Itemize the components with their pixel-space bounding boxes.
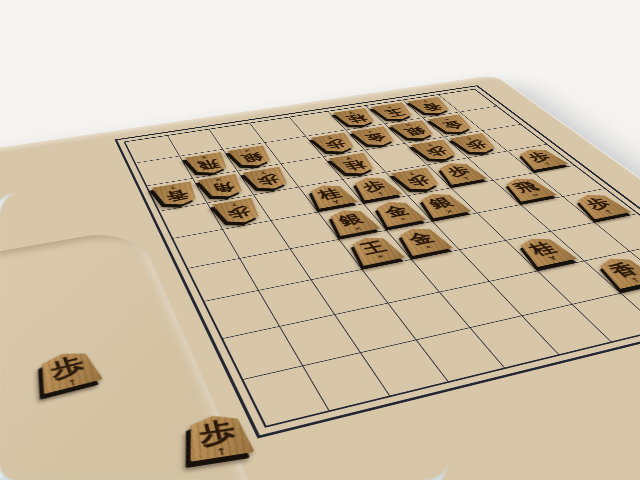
piece-kanji: 歩 xyxy=(444,165,473,178)
piece-kanji: 歩 xyxy=(323,139,349,151)
piece-kanji: 桂 xyxy=(342,159,369,171)
piece-move-mark: ↑ xyxy=(542,162,553,167)
piece-kanji: 歩 xyxy=(405,175,434,188)
piece-move-mark: + xyxy=(529,192,541,198)
shogi-photo-scene: 桂Y玉*香↑飛+銀×歩↑金*銀×金*香↑角×歩↑桂Y歩↑歩↑歩↑桂Y歩↑歩↑歩↑… xyxy=(0,0,640,480)
piece-kanji: 玉 xyxy=(383,108,408,118)
piece-kanji: 金 xyxy=(440,120,466,131)
piece-move-mark: Y xyxy=(547,255,559,262)
piece-kanji: 銀 xyxy=(402,126,428,137)
piece-kanji: 歩 xyxy=(424,146,451,158)
piece-kanji: 桂 xyxy=(345,113,370,123)
piece-kanji: 金 xyxy=(363,132,389,143)
piece-move-mark: ↑ xyxy=(168,185,178,190)
piece-move-mark: × xyxy=(214,177,224,182)
piece-move-mark: ↑ xyxy=(628,276,640,283)
piece-tile: 飛+ xyxy=(184,152,232,176)
tray-edge-highlight xyxy=(0,193,447,480)
gote-rook[interactable]: 飛+ xyxy=(184,152,232,176)
piece-kanji: 歩 xyxy=(359,179,388,192)
piece-kanji: 歩 xyxy=(255,174,282,187)
piece-kanji: 銀 xyxy=(240,152,266,164)
piece-kanji: 飛 xyxy=(196,159,222,171)
scene-wrapper: 桂Y玉*香↑飛+銀×歩↑金*銀×金*香↑角×歩↑桂Y歩↑歩↑歩↑桂Y歩↑歩↑歩↑… xyxy=(0,0,640,480)
piece-move-mark: ↑ xyxy=(603,209,616,215)
piece-move-mark: ↑ xyxy=(258,170,268,175)
piece-move-mark: + xyxy=(200,155,209,160)
piece-kanji: 桂 xyxy=(526,241,560,258)
piece-move-mark: ↑ xyxy=(461,176,472,181)
piece-move-mark: × xyxy=(243,148,252,153)
piece-kanji: 香 xyxy=(420,102,445,112)
piece-kanji: 歩 xyxy=(463,139,491,151)
